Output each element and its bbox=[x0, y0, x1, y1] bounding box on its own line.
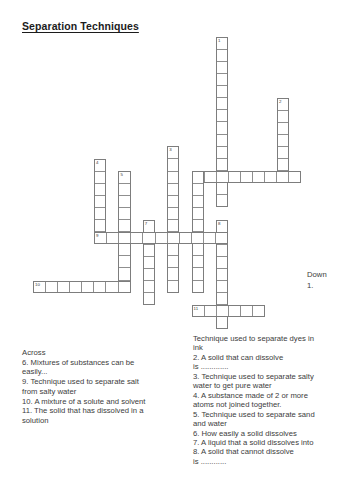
clue-number: 4 bbox=[96, 160, 98, 166]
grid-cell[interactable] bbox=[119, 195, 129, 207]
across-clue-line: 9. Technique used to separate salt bbox=[22, 377, 146, 387]
clue-number: 8 bbox=[218, 221, 220, 227]
down-clue-line: atoms not joined together. bbox=[193, 400, 315, 409]
grid-cell[interactable] bbox=[252, 172, 264, 182]
grid-cell[interactable] bbox=[217, 292, 227, 304]
clue-number: 11 bbox=[194, 306, 199, 312]
down-clue-line: and water bbox=[193, 419, 315, 428]
grid-cell[interactable] bbox=[217, 182, 227, 194]
across-clue-line: from salty water bbox=[22, 387, 146, 397]
grid-cell[interactable] bbox=[193, 255, 203, 267]
grid-cell[interactable] bbox=[95, 183, 105, 195]
across-clue-line: 6. Mixtures of substances can be bbox=[22, 358, 146, 368]
grid-cell[interactable] bbox=[278, 122, 288, 134]
grid-cell[interactable] bbox=[240, 172, 252, 182]
grid-cell[interactable] bbox=[264, 172, 276, 182]
grid-cell[interactable] bbox=[118, 282, 130, 292]
worksheet-page: Separation Techniques 1234567891011 Acro… bbox=[0, 0, 353, 500]
grid-cell[interactable] bbox=[216, 306, 228, 316]
grid-cell[interactable] bbox=[217, 73, 227, 85]
clue-number: 9 bbox=[96, 233, 98, 239]
grid-cell[interactable] bbox=[144, 292, 154, 304]
down-clue-line: 5. Technique used to separate sand bbox=[193, 410, 315, 419]
grid-cell[interactable] bbox=[168, 280, 178, 292]
clue-number: 3 bbox=[169, 147, 171, 153]
across-clues: Across6. Mixtures of substances can beea… bbox=[22, 348, 146, 426]
clue-number: 2 bbox=[279, 99, 281, 105]
word-11-across: 11 bbox=[192, 305, 265, 317]
grid-cell[interactable] bbox=[119, 183, 129, 195]
grid-cell[interactable] bbox=[167, 233, 179, 243]
grid-cell[interactable] bbox=[288, 172, 300, 182]
word-10-across: 10 bbox=[33, 281, 131, 293]
down-clues-header: Down 1. bbox=[307, 269, 327, 291]
grid-cell[interactable] bbox=[155, 233, 167, 243]
grid-cell[interactable] bbox=[252, 306, 264, 316]
grid-cell[interactable] bbox=[193, 243, 203, 255]
grid-cell[interactable] bbox=[240, 306, 252, 316]
grid-cell[interactable] bbox=[217, 134, 227, 146]
across-clue-line: easily... bbox=[22, 367, 146, 377]
grid-cell[interactable] bbox=[105, 282, 117, 292]
clue-number: 10 bbox=[35, 282, 40, 288]
grid-cell[interactable] bbox=[203, 233, 215, 243]
grid-cell[interactable] bbox=[142, 233, 154, 243]
grid-cell[interactable] bbox=[217, 256, 227, 268]
across-clue-line: 11. The solid that has dissolved in a bbox=[22, 406, 146, 416]
grid-cell[interactable] bbox=[168, 195, 178, 207]
clue-number: 7 bbox=[145, 221, 147, 227]
down-clue-line: water to get pure water bbox=[193, 381, 315, 390]
grid-cell[interactable] bbox=[278, 134, 288, 146]
grid-cell[interactable] bbox=[118, 233, 130, 243]
down-clue-line: ink bbox=[193, 343, 315, 352]
grid-cell[interactable] bbox=[144, 268, 154, 280]
word-9-across: 9 bbox=[94, 232, 228, 244]
down-clue-line: is ............. bbox=[193, 362, 315, 371]
grid-cell[interactable] bbox=[168, 183, 178, 195]
grid-cell[interactable] bbox=[276, 172, 288, 182]
grid-cell[interactable] bbox=[217, 49, 227, 61]
grid-cell[interactable] bbox=[45, 282, 57, 292]
grid-cell[interactable] bbox=[69, 282, 81, 292]
grid-cell[interactable] bbox=[57, 282, 69, 292]
grid-cell[interactable] bbox=[191, 233, 203, 243]
grid-cell[interactable] bbox=[130, 233, 142, 243]
down-clue-line: Technique used to separate dyes in bbox=[193, 334, 315, 343]
grid-cell[interactable] bbox=[119, 219, 129, 231]
grid-cell[interactable] bbox=[193, 183, 203, 195]
grid-cell[interactable] bbox=[81, 282, 93, 292]
grid-cell[interactable] bbox=[217, 121, 227, 133]
grid-cell[interactable] bbox=[179, 233, 191, 243]
grid-cell[interactable] bbox=[228, 306, 240, 316]
across-clue-line: Across bbox=[22, 348, 146, 358]
grid-cell[interactable] bbox=[168, 207, 178, 219]
grid-cell[interactable] bbox=[168, 267, 178, 279]
grid-cell[interactable] bbox=[228, 172, 240, 182]
grid-cell[interactable] bbox=[168, 158, 178, 170]
down-clue-line: 4. A substance made of 2 or more bbox=[193, 391, 315, 400]
grid-cell[interactable] bbox=[168, 243, 178, 255]
grid-cell[interactable] bbox=[168, 255, 178, 267]
down-clue-line: 7. A liquid that a solid dissolves into bbox=[193, 438, 315, 447]
grid-cell[interactable] bbox=[217, 316, 227, 328]
word-6-across: 6 bbox=[192, 171, 302, 183]
grid-cell[interactable] bbox=[95, 207, 105, 219]
grid-cell[interactable] bbox=[278, 158, 288, 170]
grid-cell[interactable] bbox=[106, 233, 118, 243]
grid-cell[interactable] bbox=[95, 195, 105, 207]
down-clue-1-number: 1. bbox=[307, 280, 327, 291]
grid-cell[interactable] bbox=[193, 219, 203, 231]
grid-cell[interactable] bbox=[217, 268, 227, 280]
grid-cell[interactable] bbox=[144, 280, 154, 292]
down-clue-line: 3. Technique used to separate salty bbox=[193, 372, 315, 381]
grid-cell[interactable] bbox=[168, 219, 178, 231]
grid-cell[interactable] bbox=[278, 110, 288, 122]
across-clue-line: 10. A mixture of a solute and solvent bbox=[22, 397, 146, 407]
grid-cell[interactable] bbox=[216, 172, 228, 182]
grid-cell[interactable] bbox=[193, 172, 203, 183]
grid-cell[interactable] bbox=[119, 207, 129, 219]
grid-cell[interactable] bbox=[119, 267, 129, 279]
grid-cell[interactable] bbox=[144, 244, 154, 256]
down-clue-line: 2. A solid that can dissolve bbox=[193, 353, 315, 362]
grid-cell[interactable] bbox=[93, 282, 105, 292]
grid-cell[interactable] bbox=[193, 207, 203, 219]
grid-cell[interactable] bbox=[204, 172, 216, 182]
grid-cell[interactable] bbox=[204, 306, 216, 316]
grid-cell[interactable] bbox=[278, 146, 288, 158]
grid-cell[interactable] bbox=[217, 158, 227, 170]
down-clues: Technique used to separate dyes inink2. … bbox=[193, 334, 315, 466]
clue-number: 5 bbox=[120, 172, 122, 178]
grid-cell[interactable] bbox=[217, 244, 227, 256]
down-clue-line: 6. How easily a solid dissolves bbox=[193, 429, 315, 438]
grid-cell[interactable] bbox=[95, 171, 105, 183]
grid-cell[interactable] bbox=[193, 195, 203, 207]
grid-cell[interactable] bbox=[217, 194, 227, 206]
grid-cell[interactable] bbox=[95, 219, 105, 231]
grid-cell[interactable] bbox=[215, 233, 227, 243]
down-heading: Down bbox=[307, 269, 327, 280]
clue-number: 1 bbox=[218, 38, 220, 44]
grid-cell[interactable] bbox=[193, 280, 203, 292]
grid-cell[interactable] bbox=[193, 267, 203, 279]
grid-cell[interactable] bbox=[217, 280, 227, 292]
grid-cell[interactable] bbox=[217, 61, 227, 73]
down-clue-line: is ............ bbox=[193, 457, 315, 466]
grid-cell[interactable] bbox=[217, 146, 227, 158]
grid-cell[interactable] bbox=[119, 243, 129, 255]
across-clue-line: solution bbox=[22, 416, 146, 426]
grid-cell[interactable] bbox=[217, 85, 227, 97]
grid-cell[interactable] bbox=[119, 255, 129, 267]
word-3-down: 3 bbox=[167, 146, 179, 292]
down-clue-line: 8. A solid that cannot dissolve bbox=[193, 447, 315, 456]
grid-cell[interactable] bbox=[217, 97, 227, 109]
grid-cell[interactable] bbox=[144, 256, 154, 268]
grid-cell[interactable] bbox=[217, 109, 227, 121]
grid-cell[interactable] bbox=[168, 171, 178, 183]
